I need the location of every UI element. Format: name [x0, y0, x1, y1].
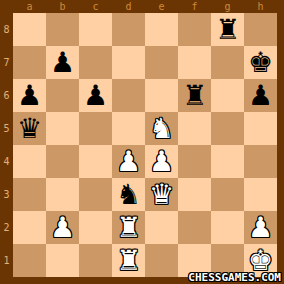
rank-label-2: 2	[0, 211, 13, 244]
rank-label-8: 8	[0, 13, 13, 46]
square-e2[interactable]	[145, 211, 178, 244]
square-d1[interactable]: ♜	[112, 244, 145, 277]
square-f5[interactable]	[178, 112, 211, 145]
square-e1[interactable]	[145, 244, 178, 277]
square-d2[interactable]: ♜	[112, 211, 145, 244]
rank-label-7: 7	[0, 46, 13, 79]
square-d7[interactable]	[112, 46, 145, 79]
file-label-h: h	[244, 0, 277, 13]
file-labels: abcdefgh	[13, 0, 277, 13]
rank-label-5: 5	[0, 112, 13, 145]
board: ♜♟♚♟♟♜♟♛♞♟♟♞♛♟♜♟♜♚	[13, 13, 277, 277]
square-d6[interactable]	[112, 79, 145, 112]
piece-black-pawn-h6[interactable]: ♟	[244, 79, 277, 112]
square-d8[interactable]	[112, 13, 145, 46]
square-b3[interactable]	[46, 178, 79, 211]
file-label-b: b	[46, 0, 79, 13]
square-b5[interactable]	[46, 112, 79, 145]
piece-black-rook-g8[interactable]: ♜	[211, 13, 244, 46]
square-f3[interactable]	[178, 178, 211, 211]
rank-label-4: 4	[0, 145, 13, 178]
site-watermark: CHESSGAMES.COM	[188, 272, 281, 284]
square-c3[interactable]	[79, 178, 112, 211]
square-e3[interactable]: ♛	[145, 178, 178, 211]
square-a7[interactable]	[13, 46, 46, 79]
file-label-g: g	[211, 0, 244, 13]
square-g3[interactable]	[211, 178, 244, 211]
rank-labels: 87654321	[0, 13, 13, 277]
square-b6[interactable]	[46, 79, 79, 112]
square-a1[interactable]	[13, 244, 46, 277]
piece-white-rook-d2[interactable]: ♜	[112, 211, 145, 244]
square-b7[interactable]: ♟	[46, 46, 79, 79]
square-h6[interactable]: ♟	[244, 79, 277, 112]
square-e4[interactable]: ♟	[145, 145, 178, 178]
square-e8[interactable]	[145, 13, 178, 46]
square-g2[interactable]	[211, 211, 244, 244]
square-e7[interactable]	[145, 46, 178, 79]
rank-label-3: 3	[0, 178, 13, 211]
square-f2[interactable]	[178, 211, 211, 244]
square-f6[interactable]: ♜	[178, 79, 211, 112]
square-h8[interactable]	[244, 13, 277, 46]
square-b8[interactable]	[46, 13, 79, 46]
piece-white-queen-e3[interactable]: ♛	[145, 178, 178, 211]
square-f8[interactable]	[178, 13, 211, 46]
piece-black-king-h7[interactable]: ♚	[244, 46, 277, 79]
square-f7[interactable]	[178, 46, 211, 79]
square-c7[interactable]	[79, 46, 112, 79]
square-a4[interactable]	[13, 145, 46, 178]
square-c2[interactable]	[79, 211, 112, 244]
square-h3[interactable]	[244, 178, 277, 211]
piece-white-rook-d1[interactable]: ♜	[112, 244, 145, 277]
square-h5[interactable]	[244, 112, 277, 145]
square-a3[interactable]	[13, 178, 46, 211]
piece-black-pawn-b7[interactable]: ♟	[46, 46, 79, 79]
file-label-c: c	[79, 0, 112, 13]
chess-diagram: abcdefgh 87654321 ♜♟♚♟♟♜♟♛♞♟♟♞♛♟♜♟♜♚ CHE…	[0, 0, 284, 284]
file-label-e: e	[145, 0, 178, 13]
square-c8[interactable]	[79, 13, 112, 46]
square-b1[interactable]	[46, 244, 79, 277]
square-a2[interactable]	[13, 211, 46, 244]
square-e6[interactable]	[145, 79, 178, 112]
piece-white-knight-e5[interactable]: ♞	[145, 112, 178, 145]
piece-white-pawn-b2[interactable]: ♟	[46, 211, 79, 244]
square-h4[interactable]	[244, 145, 277, 178]
square-h7[interactable]: ♚	[244, 46, 277, 79]
file-label-f: f	[178, 0, 211, 13]
square-h2[interactable]: ♟	[244, 211, 277, 244]
square-b4[interactable]	[46, 145, 79, 178]
piece-black-rook-f6[interactable]: ♜	[178, 79, 211, 112]
square-c5[interactable]	[79, 112, 112, 145]
piece-white-pawn-e4[interactable]: ♟	[145, 145, 178, 178]
square-a5[interactable]: ♛	[13, 112, 46, 145]
piece-black-knight-d3[interactable]: ♞	[112, 178, 145, 211]
piece-white-pawn-d4[interactable]: ♟	[112, 145, 145, 178]
square-g8[interactable]: ♜	[211, 13, 244, 46]
square-c6[interactable]: ♟	[79, 79, 112, 112]
square-g4[interactable]	[211, 145, 244, 178]
piece-white-pawn-h2[interactable]: ♟	[244, 211, 277, 244]
square-g7[interactable]	[211, 46, 244, 79]
square-a6[interactable]: ♟	[13, 79, 46, 112]
square-c1[interactable]	[79, 244, 112, 277]
file-label-d: d	[112, 0, 145, 13]
rank-label-6: 6	[0, 79, 13, 112]
square-d3[interactable]: ♞	[112, 178, 145, 211]
square-f4[interactable]	[178, 145, 211, 178]
square-a8[interactable]	[13, 13, 46, 46]
square-d4[interactable]: ♟	[112, 145, 145, 178]
square-b2[interactable]: ♟	[46, 211, 79, 244]
piece-black-pawn-a6[interactable]: ♟	[13, 79, 46, 112]
piece-black-pawn-c6[interactable]: ♟	[79, 79, 112, 112]
file-label-a: a	[13, 0, 46, 13]
piece-black-queen-a5[interactable]: ♛	[13, 112, 46, 145]
square-g6[interactable]	[211, 79, 244, 112]
square-d5[interactable]	[112, 112, 145, 145]
rank-label-1: 1	[0, 244, 13, 277]
square-e5[interactable]: ♞	[145, 112, 178, 145]
square-c4[interactable]	[79, 145, 112, 178]
square-g5[interactable]	[211, 112, 244, 145]
